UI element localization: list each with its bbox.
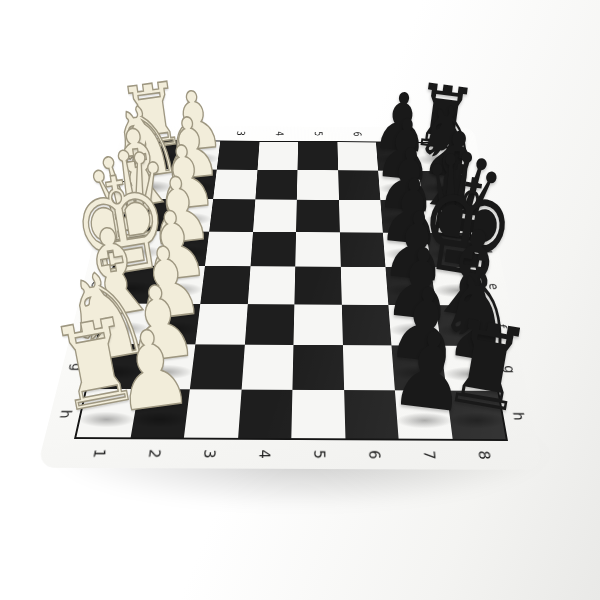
label-right-a: a [462, 153, 474, 158]
label-top-6: 6 [351, 132, 362, 137]
square-a2 [176, 141, 220, 169]
label-left-g: g [68, 363, 84, 371]
square-g3 [190, 344, 245, 389]
product-photo-scene: 1234567812345678abcdefghabcdefgh ♟♟♜♜♟♟♞… [0, 0, 600, 600]
label-bottom-1: 1 [90, 449, 107, 458]
square-c3 [209, 199, 255, 231]
square-h5 [291, 389, 345, 438]
square-f7 [388, 305, 440, 346]
square-d4 [250, 232, 296, 267]
square-d5 [295, 232, 340, 267]
label-left-h: h [57, 409, 74, 418]
square-f4 [244, 304, 294, 345]
square-e4 [247, 266, 295, 304]
square-h4 [238, 389, 293, 438]
square-b8 [418, 171, 463, 201]
label-bottom-8: 8 [475, 451, 491, 460]
square-a6 [337, 142, 378, 170]
label-top-4: 4 [273, 131, 284, 136]
label-left-a: a [121, 151, 133, 156]
square-c2 [166, 199, 213, 231]
chess-board [74, 140, 508, 441]
square-d6 [339, 232, 385, 267]
square-g1 [87, 344, 146, 389]
label-left-c: c [106, 211, 119, 216]
label-top-8: 8 [429, 132, 440, 137]
square-d8 [426, 233, 475, 268]
square-e3 [200, 266, 250, 304]
square-g5 [292, 345, 343, 390]
square-d2 [160, 231, 209, 266]
square-f1 [97, 303, 153, 344]
square-a3 [217, 141, 259, 169]
square-e7 [385, 267, 435, 305]
square-c5 [296, 200, 339, 232]
label-right-d: d [480, 247, 493, 253]
label-left-b: b [114, 180, 127, 185]
label-bottom-3: 3 [200, 449, 216, 458]
square-b7 [378, 170, 422, 200]
square-h2 [130, 389, 190, 438]
square-e8 [431, 267, 483, 305]
coordinate-labels: 1234567812345678abcdefghabcdefgh [123, 125, 473, 127]
square-b1 [129, 169, 176, 199]
square-f2 [146, 303, 200, 344]
square-d1 [115, 231, 166, 266]
label-left-e: e [89, 281, 103, 287]
square-d7 [383, 232, 431, 267]
square-b4 [255, 170, 298, 200]
square-b6 [338, 170, 381, 200]
square-b5 [297, 170, 339, 200]
label-right-c: c [474, 214, 487, 219]
square-b3 [213, 169, 257, 199]
square-g4 [241, 345, 293, 390]
label-top-5: 5 [312, 131, 323, 136]
square-e5 [294, 267, 341, 305]
label-right-e: e [486, 283, 500, 289]
label-top-3: 3 [234, 131, 245, 136]
square-c8 [422, 200, 469, 232]
label-right-g: g [501, 365, 516, 373]
square-f3 [195, 304, 247, 345]
square-d3 [205, 231, 253, 266]
label-top-7: 7 [390, 132, 401, 137]
square-c4 [253, 199, 297, 231]
label-top-1: 1 [156, 130, 168, 135]
square-g2 [139, 344, 196, 389]
label-bottom-2: 2 [145, 449, 161, 458]
label-bottom-4: 4 [256, 450, 271, 459]
square-h8 [446, 390, 506, 439]
square-h1 [76, 388, 138, 437]
square-e2 [153, 266, 205, 304]
square-a1 [136, 141, 181, 169]
square-h7 [395, 390, 452, 439]
label-right-f: f [494, 324, 508, 328]
square-a8 [415, 143, 459, 171]
square-g8 [440, 346, 497, 391]
label-left-d: d [98, 245, 112, 251]
label-left-f: f [79, 322, 93, 326]
square-c1 [122, 199, 171, 231]
square-e1 [106, 265, 160, 303]
square-c6 [339, 200, 383, 232]
label-bottom-7: 7 [420, 450, 436, 459]
square-g7 [391, 345, 446, 390]
square-g6 [342, 345, 394, 390]
square-h3 [184, 389, 241, 438]
label-right-h: h [510, 412, 526, 421]
square-f8 [435, 305, 489, 346]
label-right-b: b [468, 182, 480, 187]
square-a5 [297, 142, 337, 170]
square-a7 [376, 142, 418, 170]
square-b2 [171, 169, 217, 199]
square-a4 [257, 142, 298, 170]
label-top-2: 2 [195, 131, 206, 136]
label-bottom-5: 5 [311, 450, 326, 459]
square-h6 [344, 390, 399, 439]
square-e6 [340, 267, 388, 305]
square-f6 [341, 304, 391, 345]
square-f5 [293, 304, 342, 345]
square-c7 [380, 200, 426, 232]
label-bottom-6: 6 [366, 450, 381, 459]
chess-mat: 1234567812345678abcdefghabcdefgh [37, 125, 543, 470]
